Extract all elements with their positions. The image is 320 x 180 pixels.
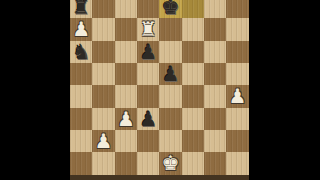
square-a7[interactable]: ♟	[70, 18, 92, 40]
chess-board: ♜♚♟♜♞♟♟♟♟♟♟♚	[70, 0, 249, 175]
square-c5[interactable]	[115, 63, 137, 85]
square-h7[interactable]	[226, 18, 248, 40]
black-rook[interactable]: ♜	[72, 0, 90, 18]
square-g6[interactable]	[204, 41, 226, 63]
square-a5[interactable]	[70, 63, 92, 85]
square-a1[interactable]	[70, 152, 92, 174]
square-f8[interactable]	[182, 0, 204, 18]
square-a2[interactable]	[70, 130, 92, 152]
square-e7[interactable]	[159, 18, 181, 40]
square-c3[interactable]: ♟	[115, 108, 137, 130]
video-frame: ♜♚♟♜♞♟♟♟♟♟♟♚	[0, 0, 320, 180]
square-c2[interactable]	[115, 130, 137, 152]
square-c1[interactable]	[115, 152, 137, 174]
square-h8[interactable]	[226, 0, 248, 18]
square-g2[interactable]	[204, 130, 226, 152]
square-h3[interactable]	[226, 108, 248, 130]
white-king[interactable]: ♚	[162, 152, 180, 174]
square-b1[interactable]	[92, 152, 114, 174]
square-d2[interactable]	[137, 130, 159, 152]
square-a4[interactable]	[70, 85, 92, 107]
square-d1[interactable]	[137, 152, 159, 174]
white-pawn[interactable]: ♟	[117, 108, 135, 130]
right-letterbox-bar	[249, 0, 320, 180]
white-pawn[interactable]: ♟	[229, 85, 247, 107]
board-bottom-edge	[70, 175, 249, 180]
square-b8[interactable]	[92, 0, 114, 18]
square-f1[interactable]	[182, 152, 204, 174]
square-b6[interactable]	[92, 41, 114, 63]
square-g1[interactable]	[204, 152, 226, 174]
square-d7[interactable]: ♜	[137, 18, 159, 40]
square-h2[interactable]	[226, 130, 248, 152]
square-h6[interactable]	[226, 41, 248, 63]
square-a3[interactable]	[70, 108, 92, 130]
square-d8[interactable]	[137, 0, 159, 18]
square-g3[interactable]	[204, 108, 226, 130]
square-b3[interactable]	[92, 108, 114, 130]
square-e8[interactable]: ♚	[159, 0, 181, 18]
square-e4[interactable]	[159, 85, 181, 107]
square-e2[interactable]	[159, 130, 181, 152]
square-f4[interactable]	[182, 85, 204, 107]
square-a8[interactable]: ♜	[70, 0, 92, 18]
square-c7[interactable]	[115, 18, 137, 40]
square-h1[interactable]	[226, 152, 248, 174]
square-e6[interactable]	[159, 41, 181, 63]
square-d5[interactable]	[137, 63, 159, 85]
square-b5[interactable]	[92, 63, 114, 85]
black-pawn[interactable]: ♟	[162, 63, 180, 85]
square-a6[interactable]: ♞	[70, 41, 92, 63]
square-h4[interactable]: ♟	[226, 85, 248, 107]
square-c8[interactable]	[115, 0, 137, 18]
square-f7[interactable]	[182, 18, 204, 40]
white-rook[interactable]: ♜	[139, 18, 157, 40]
white-pawn[interactable]: ♟	[95, 130, 113, 152]
square-g4[interactable]	[204, 85, 226, 107]
square-g5[interactable]	[204, 63, 226, 85]
square-h5[interactable]	[226, 63, 248, 85]
square-e3[interactable]	[159, 108, 181, 130]
square-e5[interactable]: ♟	[159, 63, 181, 85]
square-f2[interactable]	[182, 130, 204, 152]
square-b2[interactable]: ♟	[92, 130, 114, 152]
square-d6[interactable]: ♟	[137, 41, 159, 63]
square-c6[interactable]	[115, 41, 137, 63]
square-c4[interactable]	[115, 85, 137, 107]
black-knight[interactable]: ♞	[72, 41, 90, 63]
square-g7[interactable]	[204, 18, 226, 40]
square-d4[interactable]	[137, 85, 159, 107]
square-b4[interactable]	[92, 85, 114, 107]
black-pawn[interactable]: ♟	[139, 41, 157, 63]
square-b7[interactable]	[92, 18, 114, 40]
square-e1[interactable]: ♚	[159, 152, 181, 174]
square-f5[interactable]	[182, 63, 204, 85]
black-king[interactable]: ♚	[162, 0, 180, 18]
white-pawn[interactable]: ♟	[72, 18, 90, 40]
square-f3[interactable]	[182, 108, 204, 130]
black-pawn[interactable]: ♟	[139, 108, 157, 130]
square-g8[interactable]	[204, 0, 226, 18]
square-f6[interactable]	[182, 41, 204, 63]
left-letterbox-bar	[0, 0, 70, 180]
square-d3[interactable]: ♟	[137, 108, 159, 130]
